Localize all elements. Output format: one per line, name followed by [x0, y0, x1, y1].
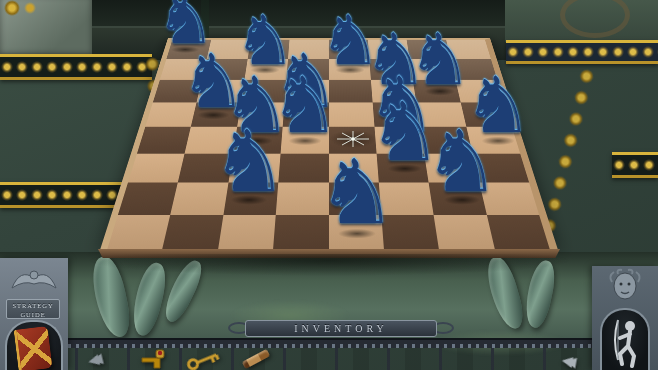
blue-knight-r7c4[interactable]: ♞ [317, 148, 397, 238]
gold-scroll-band-left-upper [0, 54, 152, 80]
strategy-guide-panel: STRATEGY GUIDE [0, 258, 68, 370]
inventory-label: INVENTORY [245, 320, 437, 337]
blue-knight-r6c6[interactable]: ♞ [423, 118, 499, 203]
square-r6c0[interactable] [118, 183, 178, 215]
archer-statue-icon[interactable] [608, 314, 644, 368]
inventory-rail [68, 338, 595, 348]
gold-faucet-icon[interactable] [138, 348, 172, 370]
square-r7c6[interactable] [434, 215, 495, 250]
red-book-icon[interactable] [14, 326, 53, 370]
square-r7c1[interactable] [162, 215, 223, 250]
strategy-guide-button[interactable]: STRATEGY GUIDE [6, 299, 60, 319]
square-r7c0[interactable] [107, 215, 171, 250]
square-r7c7[interactable] [486, 215, 550, 250]
statue-panel [592, 266, 658, 370]
strategy-guide-line2: GUIDE [7, 310, 59, 319]
gold-curl-top-left [0, 0, 40, 16]
square-r4c0[interactable] [137, 127, 191, 154]
gold-vine-right [540, 67, 597, 236]
square-r5c0[interactable] [128, 153, 185, 182]
blue-knight-r6c2[interactable]: ♞ [211, 118, 287, 203]
gold-scroll-band-right-lower [612, 152, 658, 178]
medusa-carving-icon [606, 268, 644, 308]
square-r7c2[interactable] [218, 215, 276, 250]
game-screen: ♞♞♞♞♞♞♞♞♞♞♞♞♞♞♞ INVENTORY ◀◀ ◀◀ STRATEGY… [0, 0, 658, 370]
board-shadow [86, 254, 572, 276]
eagle-carving-icon [10, 262, 58, 298]
strategy-guide-line1: STRATEGY [7, 301, 59, 310]
